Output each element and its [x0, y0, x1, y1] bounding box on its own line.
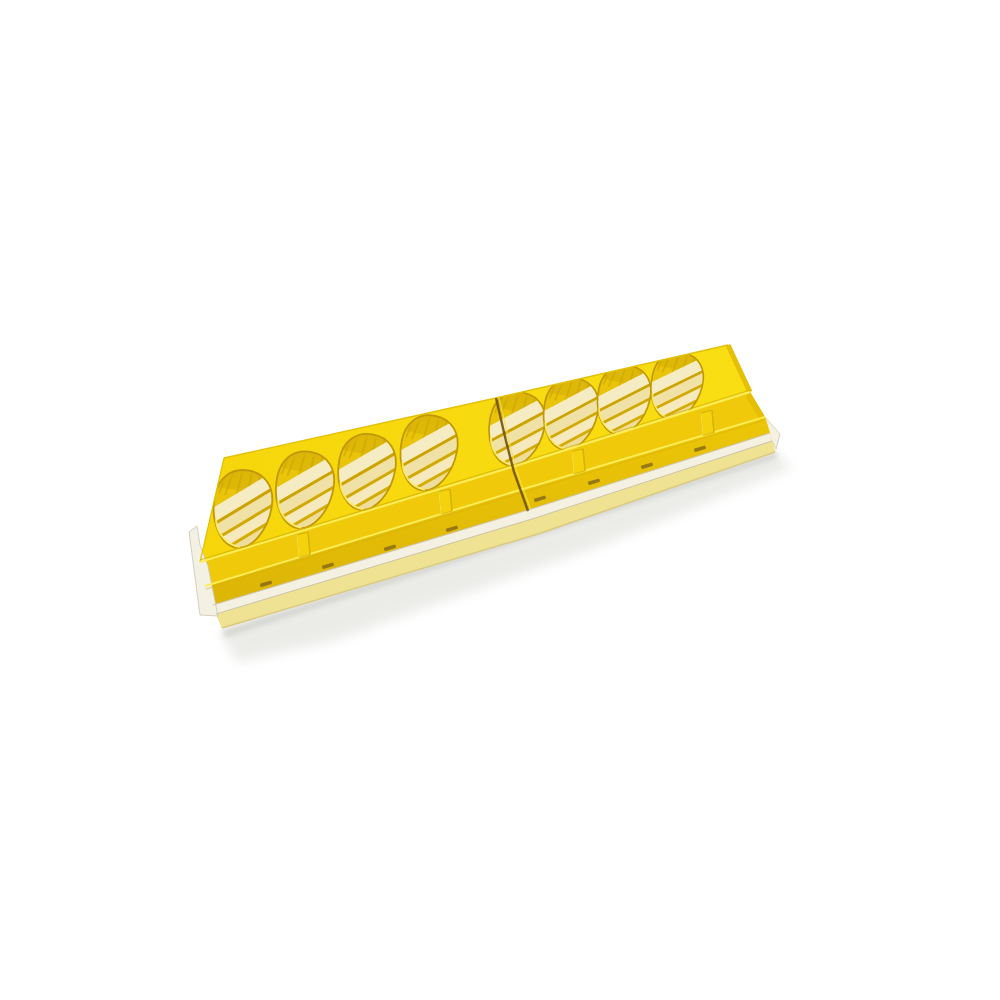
photo-canvas	[0, 0, 1000, 1000]
stick-tab	[439, 489, 452, 514]
stick-tab	[297, 532, 310, 557]
stick-tab	[701, 410, 714, 435]
product-photo-svg	[0, 0, 1000, 1000]
stick-tab	[572, 449, 585, 474]
